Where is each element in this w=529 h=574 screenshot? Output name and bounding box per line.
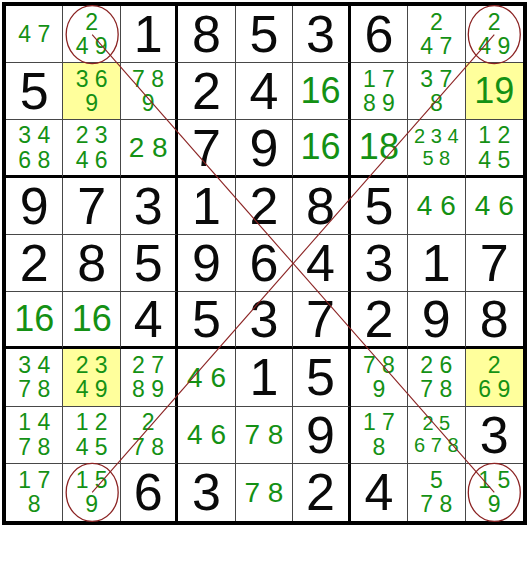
cell-r5c2[interactable]: 8 <box>63 235 120 292</box>
cell-r6c7[interactable]: 2 <box>351 292 408 349</box>
candidates: 1 59 <box>76 468 108 517</box>
solved-digit: 5 <box>192 293 221 345</box>
solved-digit: 1 <box>250 351 279 403</box>
candidates: 2 67 8 <box>420 353 452 402</box>
cell-r4c7[interactable]: 5 <box>351 178 408 235</box>
candidate-row: 4 6 <box>417 191 456 221</box>
candidate-row: 9 <box>478 492 510 516</box>
cell-r9c4[interactable]: 3 <box>178 464 235 521</box>
candidate-row: 9 <box>76 492 108 516</box>
candidates: 7 89 <box>363 353 395 402</box>
candidate-row: 2 <box>132 410 164 434</box>
cell-r5c4[interactable]: 9 <box>178 235 235 292</box>
cell-r1c5[interactable]: 5 <box>236 6 293 63</box>
candidates: 2 3 45 8 <box>414 126 458 168</box>
candidates: 18 <box>359 128 399 166</box>
candidate-row: 2 8 <box>129 133 168 163</box>
candidate-row: 1 7 <box>363 67 395 91</box>
candidate-row: 19 <box>474 72 514 110</box>
cell-r1c6[interactable]: 3 <box>293 6 350 63</box>
solved-digit: 4 <box>134 293 163 345</box>
candidates: 1 24 5 <box>478 123 510 172</box>
candidates: 27 8 <box>132 410 164 459</box>
solved-digit: 3 <box>192 466 221 518</box>
candidate-row: 4 5 <box>76 435 108 459</box>
candidate-row: 1 2 <box>478 123 510 147</box>
cell-r6c6[interactable]: 7 <box>293 292 350 349</box>
candidate-row: 7 8 <box>132 435 164 459</box>
candidate-row: 1 4 <box>18 410 50 434</box>
candidate-row: 4 9 <box>76 34 108 58</box>
candidate-row: 7 8 <box>245 420 284 450</box>
cell-r7c8[interactable]: 2 67 8 <box>408 349 465 406</box>
candidates: 26 9 <box>478 353 510 402</box>
candidate-row: 7 8 <box>132 67 164 91</box>
solved-digit: 2 <box>192 65 221 117</box>
solved-digit: 8 <box>306 180 335 232</box>
solved-digit: 8 <box>77 237 106 289</box>
cell-r2c2[interactable]: 3 69 <box>63 63 120 120</box>
solved-digit: 9 <box>20 180 49 232</box>
cell-r8c8[interactable]: 2 56 7 8 <box>408 407 465 464</box>
cell-r6c8[interactable]: 9 <box>408 292 465 349</box>
solved-digit: 4 <box>250 65 279 117</box>
candidates: 4 6 <box>187 363 226 393</box>
solved-digit: 8 <box>480 293 509 345</box>
solved-digit: 3 <box>306 8 335 60</box>
candidates: 24 9 <box>478 10 510 59</box>
candidates: 3 47 8 <box>18 353 50 402</box>
cell-r6c4[interactable]: 5 <box>178 292 235 349</box>
candidates: 3 78 <box>420 67 452 116</box>
candidates: 7 8 <box>245 478 284 508</box>
candidates: 3 69 <box>76 67 108 116</box>
cell-r3c3[interactable]: 2 8 <box>121 120 178 177</box>
candidates: 3 46 8 <box>18 123 50 172</box>
candidate-row: 7 8 <box>245 478 284 508</box>
candidate-row: 16 <box>300 128 340 166</box>
candidates: 7 8 <box>245 420 284 450</box>
candidates: 1 59 <box>478 468 510 517</box>
cell-r2c6[interactable]: 16 <box>293 63 350 120</box>
solved-digit: 2 <box>306 466 335 518</box>
candidate-row: 7 8 <box>420 492 452 516</box>
candidates: 2 78 9 <box>132 353 164 402</box>
candidates: 1 78 <box>18 468 50 517</box>
candidate-row: 4 9 <box>478 34 510 58</box>
candidates: 24 7 <box>420 10 452 59</box>
cell-r9c6[interactable]: 2 <box>293 464 350 521</box>
candidate-row: 7 8 <box>18 435 50 459</box>
solved-digit: 6 <box>134 466 163 518</box>
cell-r4c4[interactable]: 1 <box>178 178 235 235</box>
candidate-row: 5 8 <box>414 148 458 169</box>
candidate-row: 2 <box>76 10 108 34</box>
solved-digit: 1 <box>134 8 163 60</box>
cell-r2c7[interactable]: 1 78 9 <box>351 63 408 120</box>
candidate-row: 9 <box>363 377 395 401</box>
candidate-row: 9 <box>132 91 164 115</box>
candidates: 7 89 <box>132 67 164 116</box>
cell-r4c3[interactable]: 3 <box>121 178 178 235</box>
candidates: 24 9 <box>76 10 108 59</box>
solved-digit: 2 <box>20 237 49 289</box>
candidate-row: 8 9 <box>132 377 164 401</box>
solved-digit: 3 <box>480 409 509 461</box>
cell-r8c7[interactable]: 1 78 <box>351 407 408 464</box>
candidates: 57 8 <box>420 468 452 517</box>
cell-r8c5[interactable]: 7 8 <box>236 407 293 464</box>
cell-r7c6[interactable]: 5 <box>293 349 350 406</box>
candidate-row: 7 8 <box>363 353 395 377</box>
cell-r3c9[interactable]: 1 24 5 <box>466 120 523 177</box>
candidates: 16 <box>300 72 340 110</box>
candidate-row: 4 9 <box>76 377 108 401</box>
solved-digit: 7 <box>192 122 221 174</box>
cell-r2c5[interactable]: 4 <box>236 63 293 120</box>
candidate-row: 6 9 <box>478 377 510 401</box>
candidates: 1 47 8 <box>18 410 50 459</box>
solved-digit: 9 <box>422 293 451 345</box>
solved-digit: 7 <box>77 180 106 232</box>
candidate-row: 1 7 <box>363 410 395 434</box>
cell-r9c3[interactable]: 6 <box>121 464 178 521</box>
solved-digit: 4 <box>306 237 335 289</box>
candidate-row: 2 3 <box>76 123 108 147</box>
candidate-row: 1 2 <box>76 410 108 434</box>
solved-digit: 9 <box>250 122 279 174</box>
cell-r3c8[interactable]: 2 3 45 8 <box>408 120 465 177</box>
solved-digit: 4 <box>364 466 393 518</box>
sudoku-board: 4 724 91853624 724 953 697 8924161 78 93… <box>2 2 527 525</box>
solved-digit: 6 <box>364 8 393 60</box>
candidate-row: 8 <box>420 91 452 115</box>
candidate-row: 2 <box>478 353 510 377</box>
candidate-row: 4 6 <box>187 420 226 450</box>
cell-r6c1[interactable]: 16 <box>6 292 63 349</box>
solved-digit: 3 <box>250 293 279 345</box>
solved-digit: 7 <box>306 293 335 345</box>
candidate-row: 3 4 <box>18 123 50 147</box>
cell-r2c4[interactable]: 2 <box>178 63 235 120</box>
cell-r7c2[interactable]: 2 34 9 <box>63 349 120 406</box>
cell-r3c6[interactable]: 16 <box>293 120 350 177</box>
candidate-row: 3 7 <box>420 67 452 91</box>
candidate-row: 4 7 <box>420 34 452 58</box>
solved-digit: 1 <box>192 180 221 232</box>
solved-digit: 1 <box>422 237 451 289</box>
solved-digit: 3 <box>134 180 163 232</box>
cell-r1c7[interactable]: 6 <box>351 6 408 63</box>
candidate-row: 4 6 <box>76 148 108 172</box>
cell-r1c4[interactable]: 8 <box>178 6 235 63</box>
cell-r9c5[interactable]: 7 8 <box>236 464 293 521</box>
cell-r4c2[interactable]: 7 <box>63 178 120 235</box>
solved-digit: 3 <box>364 237 393 289</box>
candidates: 4 6 <box>417 191 456 221</box>
cell-r6c3[interactable]: 4 <box>121 292 178 349</box>
candidates: 1 24 5 <box>76 410 108 459</box>
solved-digit: 5 <box>306 351 335 403</box>
candidate-row: 3 6 <box>76 67 108 91</box>
candidate-row: 8 <box>18 492 50 516</box>
candidate-row: 16 <box>72 300 112 338</box>
candidate-row: 5 <box>420 468 452 492</box>
candidates: 4 6 <box>475 191 514 221</box>
cell-r5c6[interactable]: 4 <box>293 235 350 292</box>
cell-r5c7[interactable]: 3 <box>351 235 408 292</box>
cell-r6c2[interactable]: 16 <box>63 292 120 349</box>
cell-r2c8[interactable]: 3 78 <box>408 63 465 120</box>
cell-r7c5[interactable]: 1 <box>236 349 293 406</box>
cell-r3c5[interactable]: 9 <box>236 120 293 177</box>
cell-r4c1[interactable]: 9 <box>6 178 63 235</box>
cell-r8c3[interactable]: 27 8 <box>121 407 178 464</box>
cell-r7c3[interactable]: 2 78 9 <box>121 349 178 406</box>
candidates: 2 8 <box>129 133 168 163</box>
candidates: 16 <box>14 300 54 338</box>
cell-r1c2[interactable]: 24 9 <box>63 6 120 63</box>
solved-digit: 6 <box>250 237 279 289</box>
candidate-row: 4 5 <box>478 148 510 172</box>
cell-r8c1[interactable]: 1 47 8 <box>6 407 63 464</box>
cell-r8c9[interactable]: 3 <box>466 407 523 464</box>
cell-r8c2[interactable]: 1 24 5 <box>63 407 120 464</box>
candidate-row: 16 <box>300 72 340 110</box>
cell-r5c1[interactable]: 2 <box>6 235 63 292</box>
cell-r1c3[interactable]: 1 <box>121 6 178 63</box>
candidate-row: 7 8 <box>420 377 452 401</box>
cell-r9c1[interactable]: 1 78 <box>6 464 63 521</box>
candidates: 1 78 <box>363 410 395 459</box>
candidate-row: 2 7 <box>132 353 164 377</box>
cell-r1c1[interactable]: 4 7 <box>6 6 63 63</box>
candidate-row: 8 9 <box>363 91 395 115</box>
solved-digit: 5 <box>250 8 279 60</box>
candidates: 2 34 6 <box>76 123 108 172</box>
candidate-row: 7 8 <box>18 377 50 401</box>
cell-r6c9[interactable]: 8 <box>466 292 523 349</box>
candidates: 4 6 <box>187 420 226 450</box>
cell-r8c4[interactable]: 4 6 <box>178 407 235 464</box>
cell-r3c4[interactable]: 7 <box>178 120 235 177</box>
candidate-row: 18 <box>359 128 399 166</box>
candidates: 1 78 9 <box>363 67 395 116</box>
solved-digit: 9 <box>306 409 335 461</box>
candidate-row: 1 7 <box>18 468 50 492</box>
cell-r9c7[interactable]: 4 <box>351 464 408 521</box>
cell-r3c7[interactable]: 18 <box>351 120 408 177</box>
candidate-row: 2 <box>420 10 452 34</box>
cell-r7c9[interactable]: 26 9 <box>466 349 523 406</box>
cell-r7c1[interactable]: 3 47 8 <box>6 349 63 406</box>
candidate-row: 9 <box>76 91 108 115</box>
cell-r3c2[interactable]: 2 34 6 <box>63 120 120 177</box>
candidate-row: 8 <box>363 435 395 459</box>
candidate-row: 2 5 <box>414 413 458 434</box>
solved-digit: 8 <box>192 8 221 60</box>
solved-digit: 2 <box>364 293 393 345</box>
candidate-row: 4 6 <box>475 191 514 221</box>
cell-r6c5[interactable]: 3 <box>236 292 293 349</box>
cell-r3c1[interactable]: 3 46 8 <box>6 120 63 177</box>
candidates: 4 7 <box>18 22 50 46</box>
solved-digit: 2 <box>250 180 279 232</box>
solved-digit: 7 <box>480 237 509 289</box>
cell-r4c9[interactable]: 4 6 <box>466 178 523 235</box>
cell-r5c5[interactable]: 6 <box>236 235 293 292</box>
candidates: 16 <box>300 128 340 166</box>
cell-r2c9[interactable]: 19 <box>466 63 523 120</box>
cell-r9c9[interactable]: 1 59 <box>466 464 523 521</box>
solved-digit: 9 <box>192 237 221 289</box>
solved-digit: 5 <box>364 180 393 232</box>
candidate-row: 1 5 <box>76 468 108 492</box>
candidate-row: 16 <box>14 300 54 338</box>
candidates: 2 34 9 <box>76 353 108 402</box>
candidate-row: 2 3 <box>76 353 108 377</box>
candidate-row: 1 5 <box>478 468 510 492</box>
candidates: 16 <box>72 300 112 338</box>
candidate-row: 4 6 <box>187 363 226 393</box>
candidate-row: 2 3 4 <box>414 126 458 147</box>
cell-r9c2[interactable]: 1 59 <box>63 464 120 521</box>
candidate-row: 6 8 <box>18 148 50 172</box>
solved-digit: 5 <box>134 237 163 289</box>
candidate-row: 3 4 <box>18 353 50 377</box>
cell-r1c8[interactable]: 24 7 <box>408 6 465 63</box>
cell-r4c5[interactable]: 2 <box>236 178 293 235</box>
solved-digit: 5 <box>20 65 49 117</box>
candidate-row: 4 7 <box>18 22 50 46</box>
cell-r7c4[interactable]: 4 6 <box>178 349 235 406</box>
candidates: 19 <box>474 72 514 110</box>
cell-r5c3[interactable]: 5 <box>121 235 178 292</box>
cell-r1c9[interactable]: 24 9 <box>466 6 523 63</box>
cell-r5c9[interactable]: 7 <box>466 235 523 292</box>
cell-r7c7[interactable]: 7 89 <box>351 349 408 406</box>
candidate-row: 6 7 8 <box>414 435 458 456</box>
cell-r4c6[interactable]: 8 <box>293 178 350 235</box>
candidate-row: 2 <box>478 10 510 34</box>
candidates: 2 56 7 8 <box>414 413 458 455</box>
cell-r5c8[interactable]: 1 <box>408 235 465 292</box>
cell-r8c6[interactable]: 9 <box>293 407 350 464</box>
candidate-row: 2 6 <box>420 353 452 377</box>
cell-r4c8[interactable]: 4 6 <box>408 178 465 235</box>
cell-r2c1[interactable]: 5 <box>6 63 63 120</box>
cell-r9c8[interactable]: 57 8 <box>408 464 465 521</box>
cell-r2c3[interactable]: 7 89 <box>121 63 178 120</box>
